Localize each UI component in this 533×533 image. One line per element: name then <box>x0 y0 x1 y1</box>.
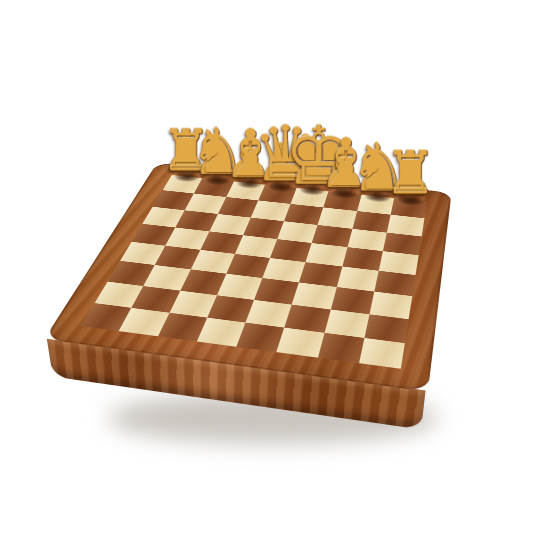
square-e6 <box>277 221 318 243</box>
square-g1 <box>317 333 364 364</box>
square-f1 <box>277 327 325 357</box>
square-h4 <box>374 271 416 297</box>
square-d5 <box>235 235 277 258</box>
square-e1 <box>236 322 284 352</box>
square-g2 <box>324 309 369 338</box>
square-h1 <box>359 338 405 369</box>
square-f4 <box>299 262 342 287</box>
white-rook-icon: ♜ <box>383 143 438 202</box>
square-f6 <box>312 225 352 247</box>
product-photo-chess-set: ♜♞♝♛♚♝♞♜♟♟♟♟♟♟♟♟♟♟♟♟♟♟♟♟♜♞♝♛♚♝♞♜ <box>0 0 533 533</box>
scene: ♜♞♝♛♚♝♞♜♟♟♟♟♟♟♟♟♟♟♟♟♟♟♟♟♜♞♝♛♚♝♞♜ <box>0 0 533 533</box>
chess-board-box: ♜♞♝♛♚♝♞♜♟♟♟♟♟♟♟♟♟♟♟♟♟♟♟♟♜♞♝♛♚♝♞♜ <box>44 163 451 392</box>
square-f5 <box>306 243 347 266</box>
square-f3 <box>292 283 336 310</box>
square-f2 <box>285 304 331 332</box>
